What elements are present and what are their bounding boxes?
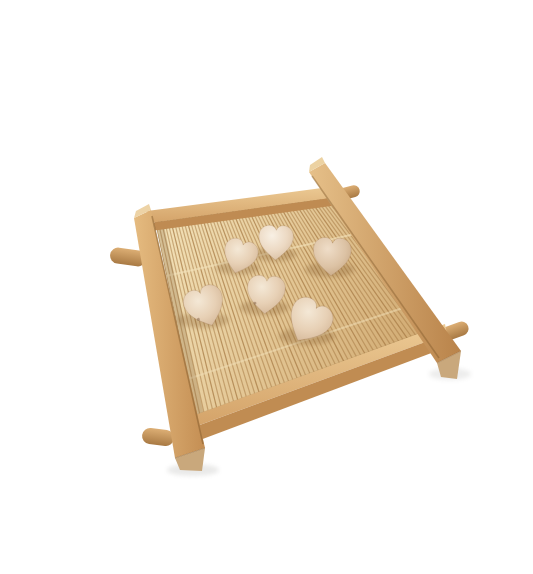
dowel-end-bottom-left — [141, 427, 175, 447]
bamboo-tray-scene — [0, 0, 533, 574]
product-photo — [0, 0, 533, 574]
tray — [109, 157, 470, 471]
